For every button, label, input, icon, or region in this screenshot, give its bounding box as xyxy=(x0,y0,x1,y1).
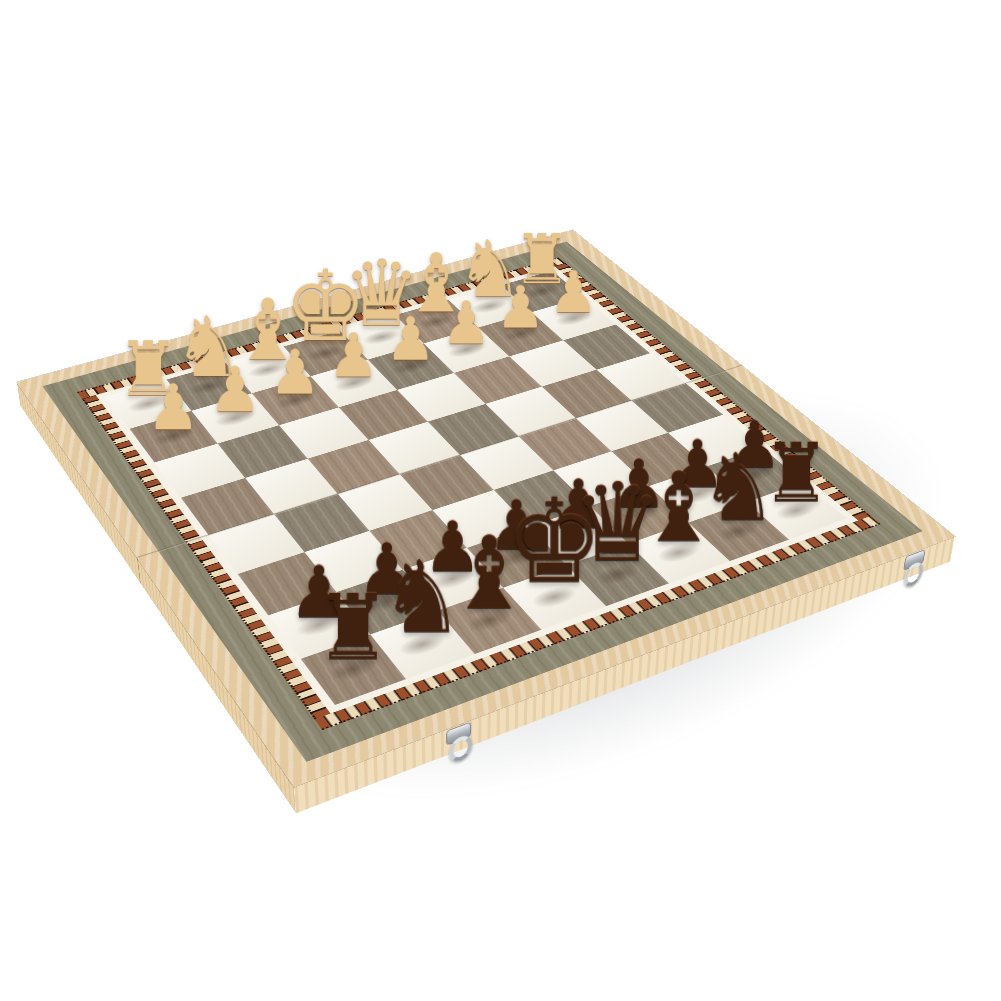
chess-board: ♜♞♝♛♚♝♞♜♟♟♟♟♟♟♟♟♟♟♟♟♟♟♟♟♜♞♝♛♚♝♞♜ xyxy=(17,230,955,787)
board-top-face: ♜♞♝♛♚♝♞♜♟♟♟♟♟♟♟♟♟♟♟♟♟♟♟♟♜♞♝♛♚♝♞♜ xyxy=(17,230,955,787)
rook-glyph: ♜ xyxy=(288,582,418,672)
product-photo-scene: ♜♞♝♛♚♝♞♜♟♟♟♟♟♟♟♟♟♟♟♟♟♟♟♟♜♞♝♛♚♝♞♜ xyxy=(0,0,1001,1001)
